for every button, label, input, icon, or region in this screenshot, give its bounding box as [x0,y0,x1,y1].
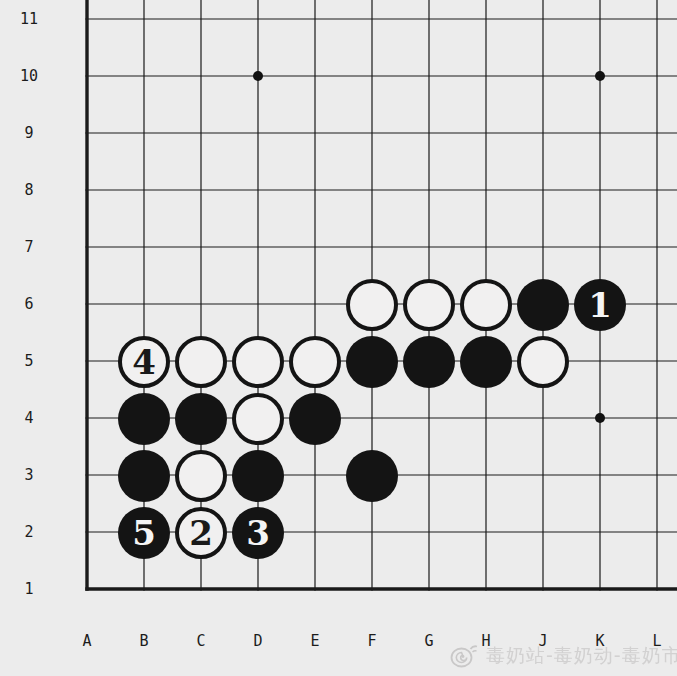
stone-white-C2: 2 [175,507,227,559]
row-label-11: 11 [14,8,44,30]
stone-white-B5: 4 [118,336,170,388]
row-label-5: 5 [14,350,44,372]
column-label-D: D [243,630,273,652]
column-label-F: F [357,630,387,652]
stone-white-G6 [403,279,455,331]
stones-layer: 14523 [59,0,677,619]
row-label-1: 1 [14,578,44,600]
column-label-E: E [300,630,330,652]
stone-white-F6 [346,279,398,331]
stone-black-D3 [232,450,284,502]
row-label-8: 8 [14,179,44,201]
column-label-A: A [72,630,102,652]
stone-white-C5 [175,336,227,388]
column-label-C: C [186,630,216,652]
weibo-eye-icon [449,642,479,669]
stone-black-B3 [118,450,170,502]
stone-black-G5 [403,336,455,388]
stone-white-E5 [289,336,341,388]
stone-white-D5 [232,336,284,388]
row-label-3: 3 [14,464,44,486]
row-label-7: 7 [14,236,44,258]
watermark-text: 毒奶站-毒奶动-毒奶市 [486,643,677,669]
stone-black-J6 [517,279,569,331]
stone-black-K6: 1 [574,279,626,331]
row-label-6: 6 [14,293,44,315]
go-diagram: 14523 1234567891011 ABCDEFGHJKL 毒奶站-毒奶动-… [0,0,677,676]
row-label-10: 10 [14,65,44,87]
stone-black-D2: 3 [232,507,284,559]
watermark: 毒奶站-毒奶动-毒奶市 [449,642,677,669]
stone-black-B2: 5 [118,507,170,559]
stone-black-F3 [346,450,398,502]
stone-black-F5 [346,336,398,388]
row-label-2: 2 [14,521,44,543]
stone-white-C3 [175,450,227,502]
stone-black-B4 [118,393,170,445]
stone-black-E4 [289,393,341,445]
column-label-B: B [129,630,159,652]
stone-white-H6 [460,279,512,331]
stone-black-H5 [460,336,512,388]
column-label-G: G [414,630,444,652]
row-label-4: 4 [14,407,44,429]
stone-white-J5 [517,336,569,388]
row-label-9: 9 [14,122,44,144]
stone-white-D4 [232,393,284,445]
stone-black-C4 [175,393,227,445]
